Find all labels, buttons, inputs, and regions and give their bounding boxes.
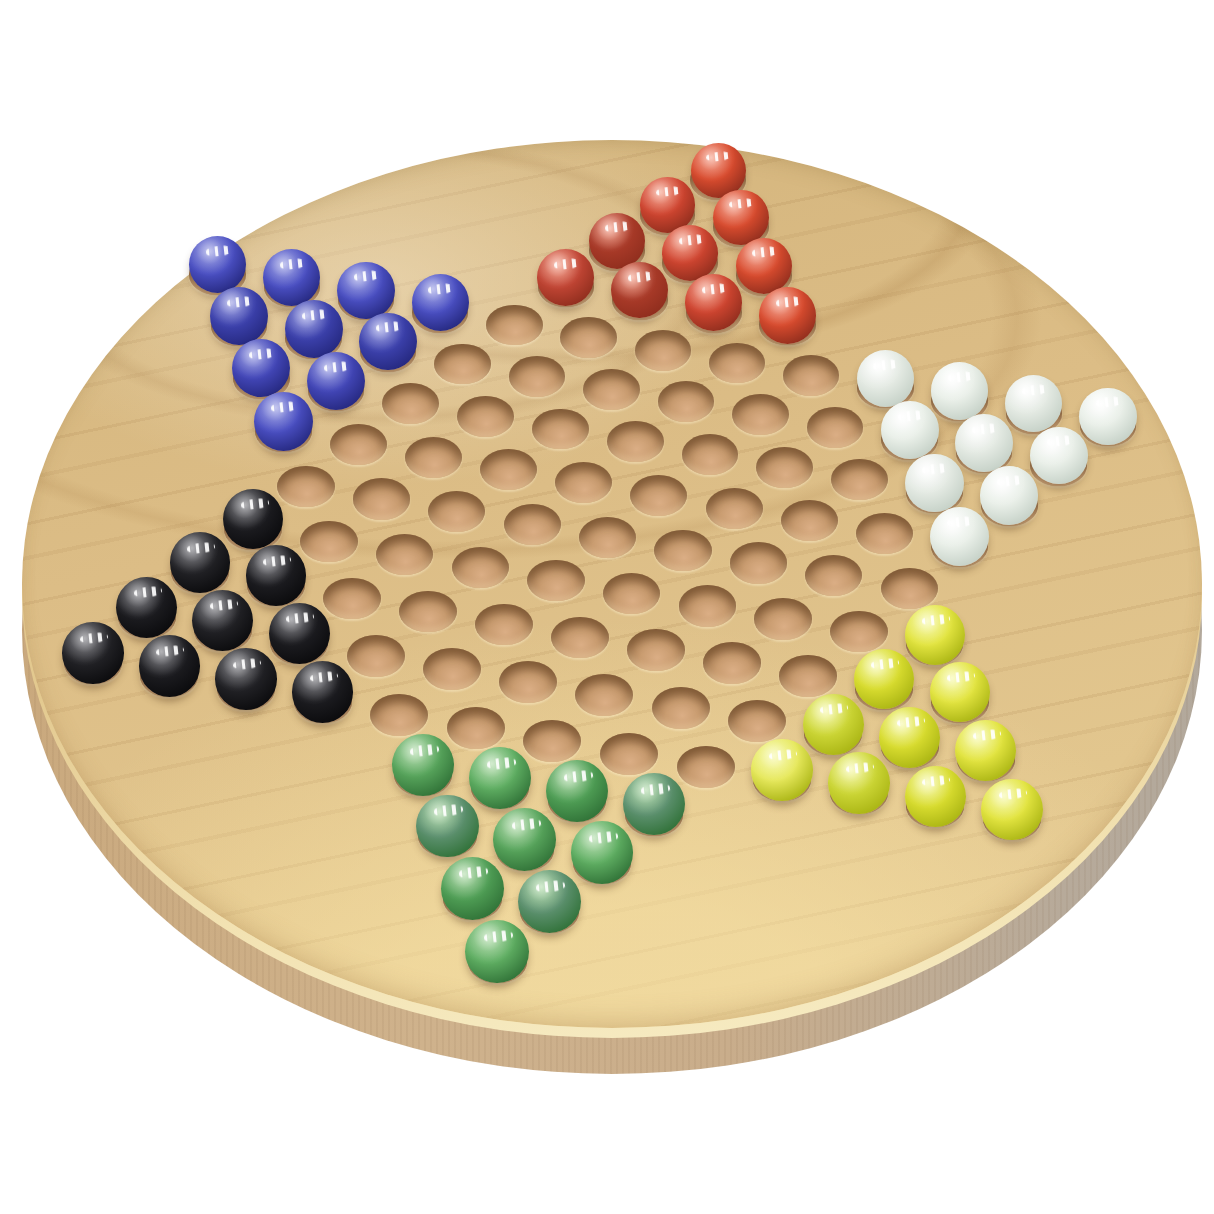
marble-blue[interactable] bbox=[359, 313, 417, 371]
marble-green[interactable] bbox=[441, 857, 504, 920]
hole-r8-c1[interactable] bbox=[353, 478, 410, 519]
marble-white[interactable] bbox=[881, 401, 939, 459]
hole-r8-c5[interactable] bbox=[654, 530, 711, 571]
marble-gloss-highlight bbox=[803, 694, 864, 755]
hole-r4-c7[interactable] bbox=[709, 343, 765, 384]
marble-gloss-highlight bbox=[879, 707, 940, 768]
marble-black[interactable] bbox=[292, 661, 354, 723]
hole-r4-c4[interactable] bbox=[486, 305, 542, 346]
hole-r12-c4[interactable] bbox=[370, 694, 428, 736]
marble-black[interactable] bbox=[246, 545, 307, 606]
hole-r6-c6[interactable] bbox=[682, 434, 739, 475]
marble-white[interactable] bbox=[955, 414, 1013, 472]
hole-r7-c4[interactable] bbox=[555, 462, 612, 503]
marble-yellow[interactable] bbox=[751, 739, 813, 801]
marble-gloss-highlight bbox=[210, 287, 268, 345]
hole-r8-c6[interactable] bbox=[730, 542, 787, 583]
marble-black[interactable] bbox=[269, 603, 330, 664]
marble-gloss-highlight bbox=[905, 605, 965, 665]
marble-yellow[interactable] bbox=[930, 662, 991, 723]
marble-gloss-highlight bbox=[931, 362, 988, 419]
marble-gloss-highlight bbox=[828, 752, 890, 814]
marble-gloss-highlight bbox=[269, 603, 330, 664]
hole-r11-c8[interactable] bbox=[728, 700, 786, 742]
chinese-checkers-photo bbox=[0, 0, 1214, 1214]
hole-r12-c8[interactable] bbox=[677, 746, 735, 788]
hole-r7-c8[interactable] bbox=[856, 513, 913, 554]
hole-r10-c3[interactable] bbox=[399, 591, 457, 633]
marble-gloss-highlight bbox=[465, 920, 529, 984]
hole-r9-c4[interactable] bbox=[527, 560, 585, 601]
marble-green[interactable] bbox=[465, 920, 529, 984]
hole-r7-c1[interactable] bbox=[330, 424, 387, 465]
hole-r5-c8[interactable] bbox=[807, 407, 864, 448]
marble-gloss-highlight bbox=[546, 760, 608, 822]
hole-r6-c4[interactable] bbox=[532, 409, 589, 450]
marble-green[interactable] bbox=[392, 734, 454, 796]
marble-red[interactable] bbox=[713, 190, 769, 246]
hole-r6-c5[interactable] bbox=[607, 421, 664, 462]
marble-white[interactable] bbox=[857, 350, 914, 407]
marble-blue[interactable] bbox=[254, 392, 313, 451]
marble-blue[interactable] bbox=[337, 262, 394, 319]
hole-r11-c6[interactable] bbox=[575, 674, 633, 716]
hole-r9-c2[interactable] bbox=[376, 534, 434, 575]
hole-r11-c7[interactable] bbox=[652, 687, 710, 729]
marble-black[interactable] bbox=[215, 648, 277, 710]
hole-r10-c2[interactable] bbox=[323, 578, 381, 620]
marble-black[interactable] bbox=[139, 635, 201, 697]
marble-yellow[interactable] bbox=[828, 752, 890, 814]
hole-r8-c0[interactable] bbox=[277, 466, 334, 507]
hole-r11-c4[interactable] bbox=[423, 648, 481, 690]
marble-gloss-highlight bbox=[392, 734, 454, 796]
marble-gloss-highlight bbox=[930, 662, 991, 723]
board-layer bbox=[0, 0, 1214, 1214]
marble-gloss-highlight bbox=[571, 821, 634, 884]
marble-white[interactable] bbox=[931, 362, 988, 419]
marble-gloss-highlight bbox=[905, 454, 963, 512]
marble-gloss-highlight bbox=[170, 532, 231, 593]
hole-r9-c7[interactable] bbox=[754, 598, 812, 639]
marble-gloss-highlight bbox=[215, 648, 277, 710]
hole-r11-c3[interactable] bbox=[347, 635, 405, 677]
marble-gloss-highlight bbox=[469, 747, 531, 809]
hole-r12-c5[interactable] bbox=[447, 707, 505, 749]
marble-gloss-highlight bbox=[139, 635, 201, 697]
hole-r8-c2[interactable] bbox=[428, 491, 485, 532]
hole-r6-c2[interactable] bbox=[382, 383, 439, 424]
marble-white[interactable] bbox=[1030, 427, 1088, 485]
hole-r7-c6[interactable] bbox=[706, 488, 763, 529]
marble-yellow[interactable] bbox=[905, 605, 965, 665]
hole-r9-c1[interactable] bbox=[300, 521, 358, 562]
hole-r4-c5[interactable] bbox=[560, 317, 616, 358]
hole-r10-c8[interactable] bbox=[779, 655, 837, 697]
hole-r5-c7[interactable] bbox=[732, 394, 789, 435]
hole-r8-c4[interactable] bbox=[579, 517, 636, 558]
marble-gloss-highlight bbox=[611, 262, 668, 319]
marble-white[interactable] bbox=[905, 454, 963, 512]
marble-black[interactable] bbox=[62, 622, 124, 684]
marble-blue[interactable] bbox=[263, 249, 320, 306]
marble-green[interactable] bbox=[416, 795, 479, 858]
hole-r7-c5[interactable] bbox=[630, 475, 687, 516]
marble-blue[interactable] bbox=[285, 300, 343, 358]
marble-gloss-highlight bbox=[412, 274, 469, 331]
hole-r10-c5[interactable] bbox=[551, 617, 609, 659]
marble-red[interactable] bbox=[611, 262, 668, 319]
marble-gloss-highlight bbox=[857, 350, 914, 407]
hole-r6-c8[interactable] bbox=[831, 459, 888, 500]
marble-green[interactable] bbox=[469, 747, 531, 809]
marble-green[interactable] bbox=[623, 773, 685, 835]
marble-gloss-highlight bbox=[759, 287, 816, 344]
marble-gloss-highlight bbox=[905, 766, 967, 828]
hole-r10-c6[interactable] bbox=[627, 629, 685, 671]
marble-yellow[interactable] bbox=[905, 766, 967, 828]
hole-r7-c7[interactable] bbox=[781, 500, 838, 541]
hole-r5-c5[interactable] bbox=[583, 369, 640, 410]
marble-gloss-highlight bbox=[493, 808, 556, 871]
marble-red[interactable] bbox=[736, 238, 792, 294]
marble-gloss-highlight bbox=[223, 489, 283, 549]
hole-r6-c3[interactable] bbox=[457, 396, 514, 437]
hole-r9-c6[interactable] bbox=[679, 585, 737, 626]
marble-gloss-highlight bbox=[285, 300, 343, 358]
marble-gloss-highlight bbox=[62, 622, 124, 684]
hole-r4-c8[interactable] bbox=[783, 355, 839, 396]
marble-black[interactable] bbox=[223, 489, 283, 549]
hole-r12-c7[interactable] bbox=[600, 733, 658, 775]
marble-gloss-highlight bbox=[751, 739, 813, 801]
marble-gloss-highlight bbox=[263, 249, 320, 306]
marble-yellow[interactable] bbox=[981, 779, 1043, 841]
marble-red[interactable] bbox=[685, 274, 742, 331]
hole-r5-c3[interactable] bbox=[434, 344, 491, 385]
marble-gloss-highlight bbox=[192, 590, 253, 651]
marble-blue[interactable] bbox=[307, 352, 365, 410]
hole-r9-c8[interactable] bbox=[830, 611, 888, 652]
marble-gloss-highlight bbox=[981, 779, 1043, 841]
hole-r11-c5[interactable] bbox=[499, 661, 557, 703]
marble-white[interactable] bbox=[930, 507, 989, 566]
marble-gloss-highlight bbox=[246, 545, 307, 606]
marble-gloss-highlight bbox=[307, 352, 365, 410]
marble-green[interactable] bbox=[571, 821, 634, 884]
hole-r5-c6[interactable] bbox=[658, 381, 715, 422]
marble-yellow[interactable] bbox=[803, 694, 864, 755]
hole-r6-c7[interactable] bbox=[756, 447, 813, 488]
hole-r9-c5[interactable] bbox=[603, 573, 661, 614]
hole-r10-c7[interactable] bbox=[703, 642, 761, 684]
marble-black[interactable] bbox=[116, 577, 177, 638]
marble-black[interactable] bbox=[170, 532, 231, 593]
marble-green[interactable] bbox=[493, 808, 556, 871]
marble-gloss-highlight bbox=[955, 720, 1016, 781]
marble-yellow[interactable] bbox=[879, 707, 940, 768]
marble-blue[interactable] bbox=[412, 274, 469, 331]
marble-gloss-highlight bbox=[537, 249, 594, 306]
marble-gloss-highlight bbox=[685, 274, 742, 331]
hole-r5-c4[interactable] bbox=[509, 356, 566, 397]
marble-black[interactable] bbox=[192, 590, 253, 651]
marble-gloss-highlight bbox=[881, 401, 939, 459]
hole-r7-c2[interactable] bbox=[405, 437, 462, 478]
marble-green[interactable] bbox=[546, 760, 608, 822]
hole-r4-c6[interactable] bbox=[635, 330, 691, 371]
hole-r8-c8[interactable] bbox=[881, 568, 938, 609]
marble-blue[interactable] bbox=[210, 287, 268, 345]
marble-red[interactable] bbox=[589, 213, 645, 269]
hole-r12-c6[interactable] bbox=[523, 720, 581, 762]
marble-gloss-highlight bbox=[116, 577, 177, 638]
marble-gloss-highlight bbox=[623, 773, 685, 835]
marble-gloss-highlight bbox=[292, 661, 354, 723]
marble-gloss-highlight bbox=[955, 414, 1013, 472]
hole-r9-c3[interactable] bbox=[452, 547, 510, 588]
marble-red[interactable] bbox=[759, 287, 816, 344]
marble-white[interactable] bbox=[980, 466, 1038, 524]
marble-yellow[interactable] bbox=[854, 649, 915, 710]
marble-gloss-highlight bbox=[854, 649, 915, 710]
marble-yellow[interactable] bbox=[955, 720, 1016, 781]
marble-white[interactable] bbox=[1079, 388, 1136, 445]
hole-r8-c7[interactable] bbox=[805, 555, 862, 596]
hole-r8-c3[interactable] bbox=[504, 504, 561, 545]
hole-r7-c3[interactable] bbox=[480, 449, 537, 490]
hole-r10-c4[interactable] bbox=[475, 604, 533, 646]
marble-red[interactable] bbox=[537, 249, 594, 306]
